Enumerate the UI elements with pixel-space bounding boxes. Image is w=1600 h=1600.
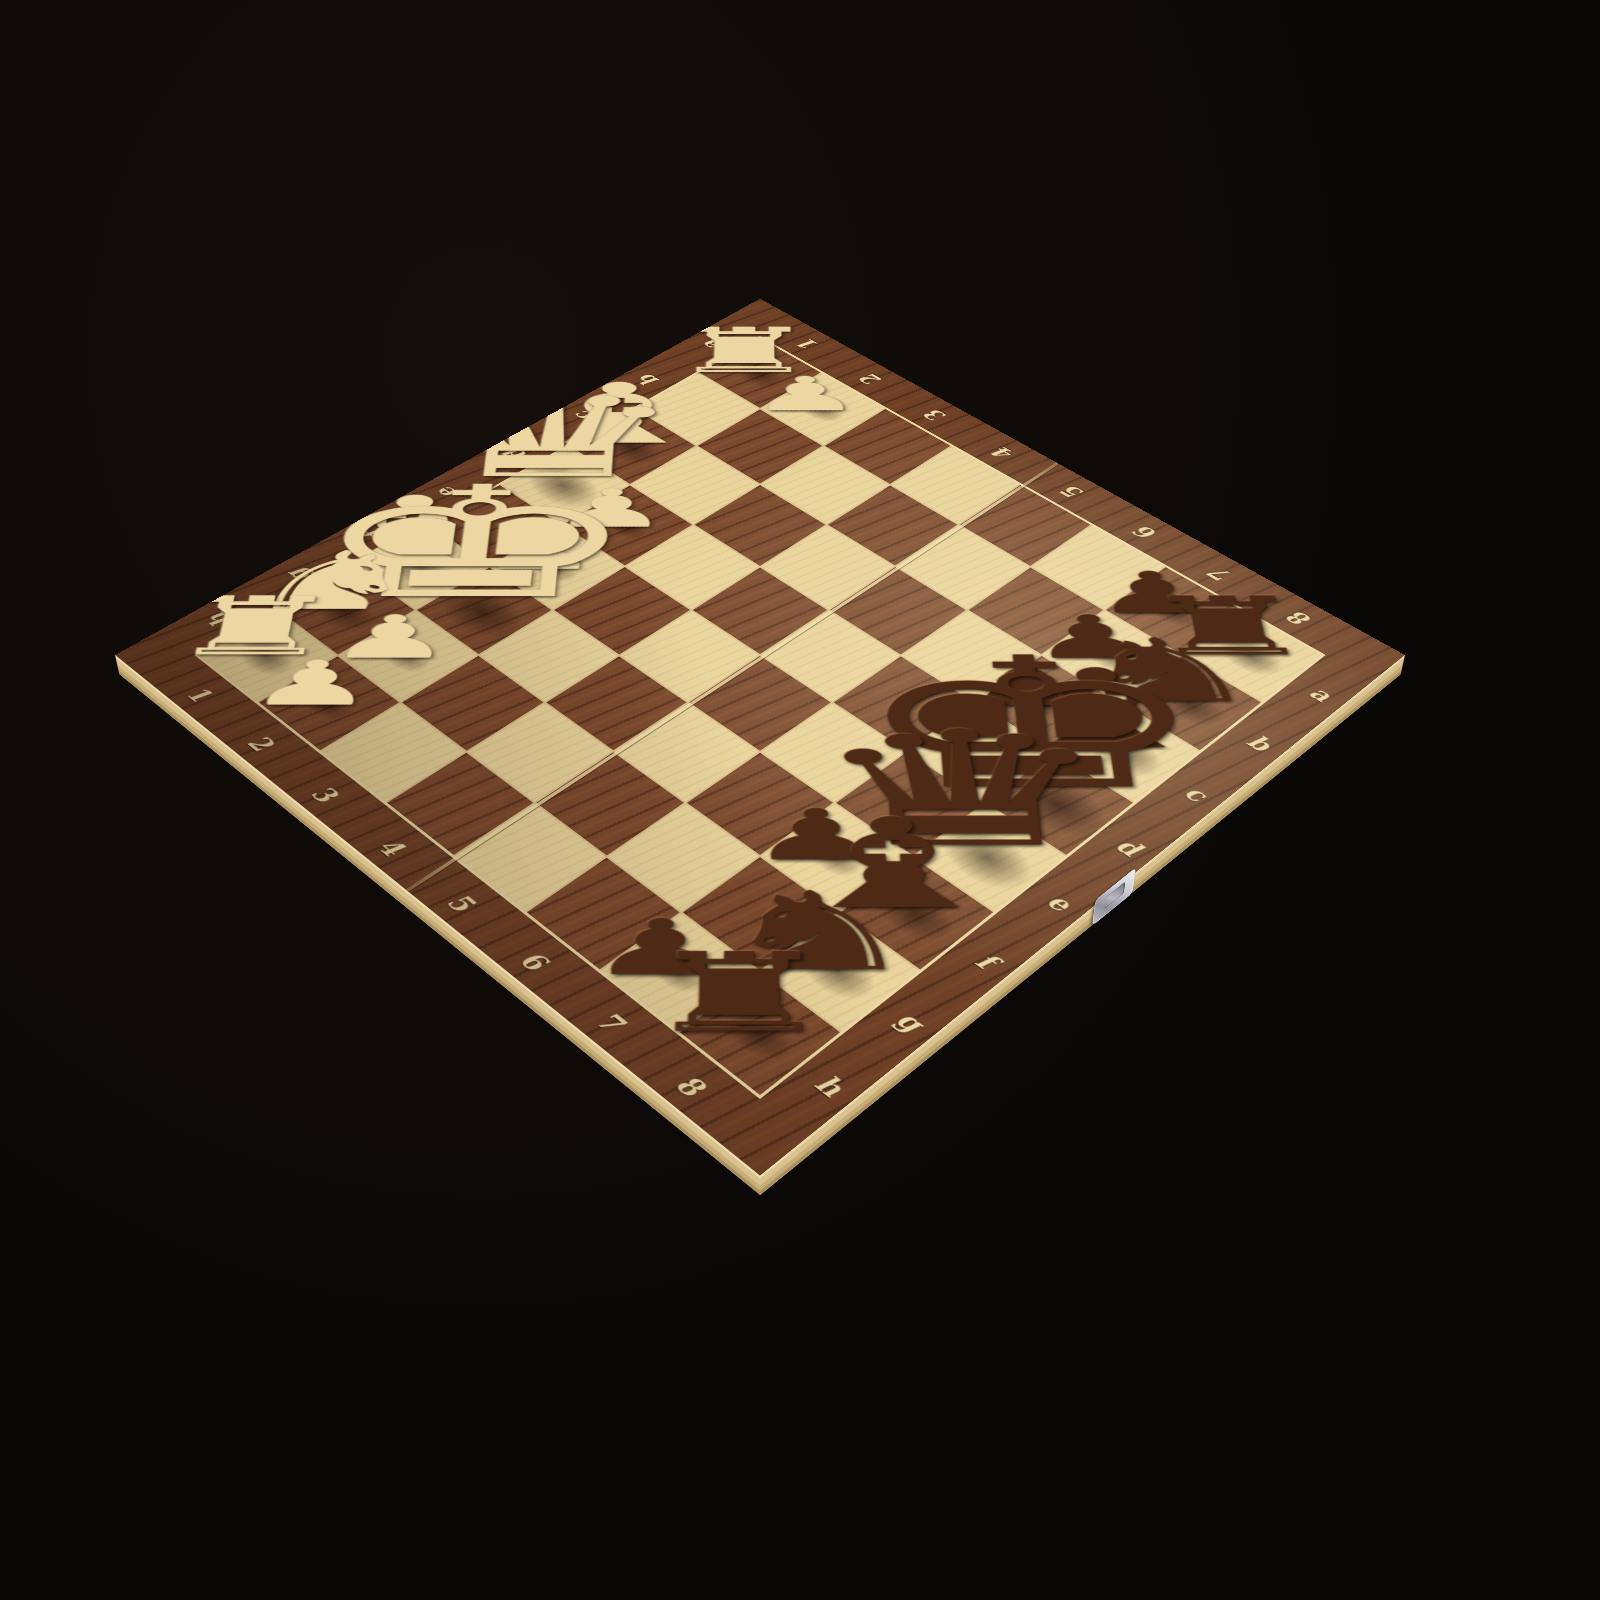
piece-shadow bbox=[927, 815, 1049, 901]
piece-shadow bbox=[787, 935, 889, 1011]
bishop-glyph: ♝ bbox=[673, 803, 1121, 927]
knight-glyph: ♞ bbox=[590, 878, 1049, 986]
piece-shadow bbox=[798, 831, 872, 884]
piece-shadow bbox=[710, 997, 806, 1070]
product-photo-chess-set: { "game": "chess", "scene": "wooden fold… bbox=[0, 0, 1600, 1600]
piece-shadow bbox=[862, 876, 968, 953]
queen-glyph: ♛ bbox=[752, 711, 1190, 870]
piece-shadow bbox=[640, 943, 717, 1001]
pawn-glyph: ♟ bbox=[598, 800, 1036, 870]
